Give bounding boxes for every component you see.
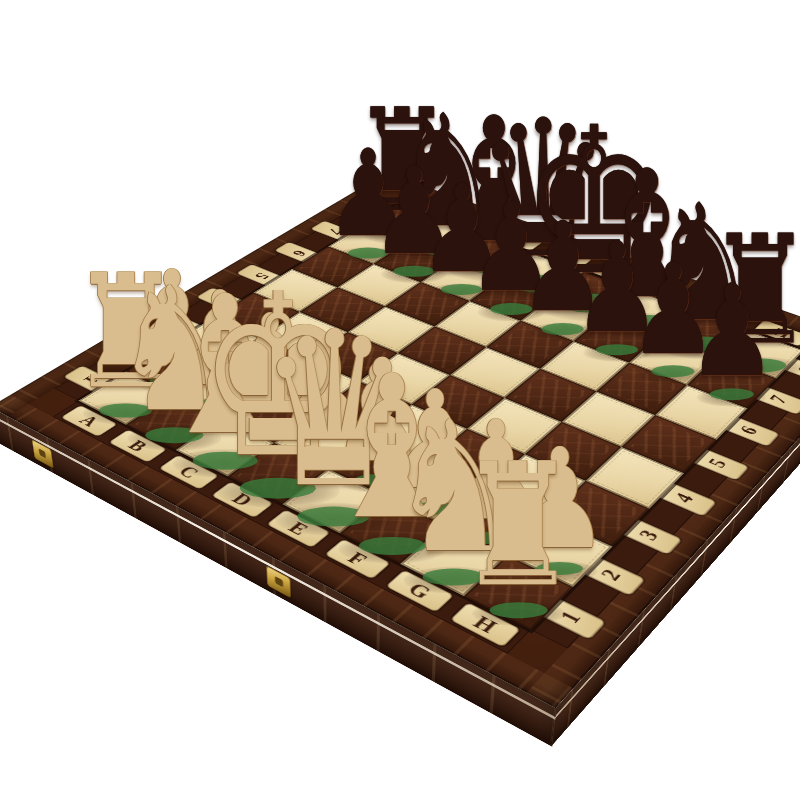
perspective-scene: ABCDEFGH ABCDEFGH 87654321 87654321 [0,0,800,800]
board-square-e2 [328,436,427,497]
product-photo-stage: ABCDEFGH ABCDEFGH 87654321 87654321 ♜♞♝♛… [0,0,800,800]
board-square-f3 [427,429,525,489]
brass-clasp [266,565,291,598]
board-square-g3 [486,454,586,517]
board-square-e4 [412,375,505,429]
board-square-f4 [467,398,562,454]
board-square-e3 [371,405,467,462]
chess-board-box: ABCDEFGH ABCDEFGH 87654321 87654321 [0,173,800,708]
brass-clasp [31,439,53,469]
board-square-g4 [525,422,621,481]
board-square-g5 [562,391,655,447]
